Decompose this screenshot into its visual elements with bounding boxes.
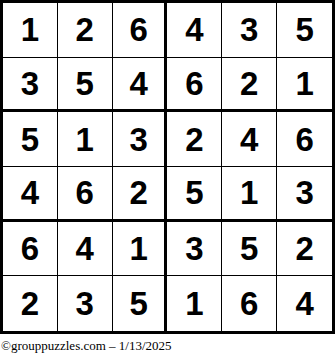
sudoku-board: 1 2 6 4 3 5 3 5 4 6 2 1 5 1 3 2 4 6 4 6 … [0, 0, 335, 334]
cell-r1c6[interactable]: 5 [277, 3, 332, 58]
sudoku-page: 1 2 6 4 3 5 3 5 4 6 2 1 5 1 3 2 4 6 4 6 … [0, 0, 335, 357]
cell-r6c5[interactable]: 6 [222, 276, 277, 331]
cell-r2c6[interactable]: 1 [277, 58, 332, 113]
cell-r4c1[interactable]: 4 [3, 167, 58, 222]
cell-r5c6[interactable]: 2 [277, 222, 332, 277]
cell-r4c4[interactable]: 5 [167, 167, 222, 222]
cell-r2c3[interactable]: 4 [113, 58, 168, 113]
cell-r6c2[interactable]: 3 [58, 276, 113, 331]
cell-r5c5[interactable]: 5 [222, 222, 277, 277]
cell-r5c2[interactable]: 4 [58, 222, 113, 277]
cell-r4c2[interactable]: 6 [58, 167, 113, 222]
copyright-credit: ©grouppuzzles.com – 1/13/2025 [1, 338, 172, 354]
cell-r6c1[interactable]: 2 [3, 276, 58, 331]
cell-r5c4[interactable]: 3 [167, 222, 222, 277]
cell-r4c3[interactable]: 2 [113, 167, 168, 222]
cell-r6c4[interactable]: 1 [167, 276, 222, 331]
cell-r4c6[interactable]: 3 [277, 167, 332, 222]
cell-r2c1[interactable]: 3 [3, 58, 58, 113]
cell-r6c6[interactable]: 4 [277, 276, 332, 331]
cell-r1c5[interactable]: 3 [222, 3, 277, 58]
cell-r3c5[interactable]: 4 [222, 112, 277, 167]
cell-r3c1[interactable]: 5 [3, 112, 58, 167]
cell-r2c4[interactable]: 6 [167, 58, 222, 113]
cell-r1c3[interactable]: 6 [113, 3, 168, 58]
cell-r3c4[interactable]: 2 [167, 112, 222, 167]
cell-r4c5[interactable]: 1 [222, 167, 277, 222]
cell-r2c5[interactable]: 2 [222, 58, 277, 113]
cell-r3c3[interactable]: 3 [113, 112, 168, 167]
cell-r1c4[interactable]: 4 [167, 3, 222, 58]
cell-r5c3[interactable]: 1 [113, 222, 168, 277]
cell-r1c2[interactable]: 2 [58, 3, 113, 58]
cell-r5c1[interactable]: 6 [3, 222, 58, 277]
cell-r2c2[interactable]: 5 [58, 58, 113, 113]
cell-r3c6[interactable]: 6 [277, 112, 332, 167]
cell-r1c1[interactable]: 1 [3, 3, 58, 58]
cell-r3c2[interactable]: 1 [58, 112, 113, 167]
cell-r6c3[interactable]: 5 [113, 276, 168, 331]
